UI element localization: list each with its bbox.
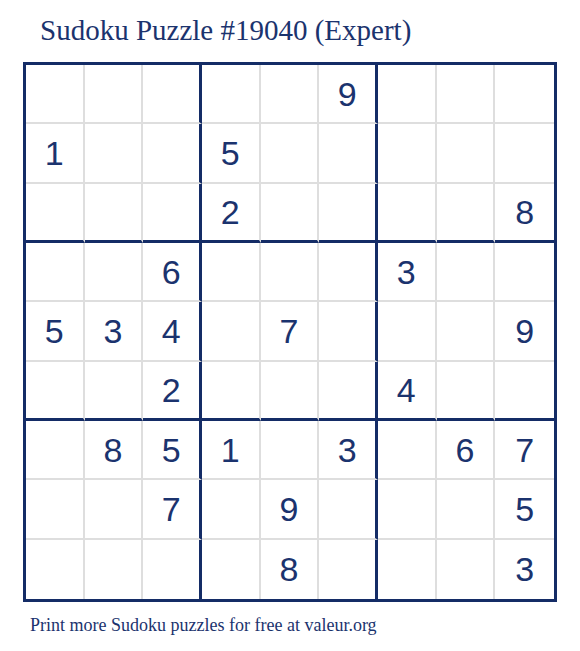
sudoku-cell[interactable] — [85, 540, 144, 599]
sudoku-cell[interactable] — [378, 421, 437, 480]
sudoku-cell: 2 — [143, 362, 202, 421]
sudoku-cell[interactable] — [495, 124, 554, 183]
sudoku-cell: 9 — [495, 302, 554, 361]
sudoku-cell[interactable] — [495, 65, 554, 124]
sudoku-cell[interactable] — [437, 540, 496, 599]
sudoku-cell: 8 — [261, 540, 320, 599]
sudoku-cell[interactable] — [495, 243, 554, 302]
sudoku-cell[interactable] — [202, 65, 261, 124]
sudoku-cell[interactable] — [437, 124, 496, 183]
sudoku-cell: 6 — [437, 421, 496, 480]
sudoku-cell[interactable] — [437, 480, 496, 539]
sudoku-cell[interactable] — [143, 65, 202, 124]
sudoku-cell: 2 — [202, 184, 261, 243]
sudoku-cell[interactable] — [26, 421, 85, 480]
sudoku-cell: 6 — [143, 243, 202, 302]
sudoku-cell[interactable] — [26, 540, 85, 599]
sudoku-grid: 9152863534792485136779583 — [23, 62, 557, 602]
sudoku-cell[interactable] — [202, 243, 261, 302]
sudoku-cell[interactable] — [26, 65, 85, 124]
sudoku-cell[interactable] — [85, 362, 144, 421]
sudoku-cell[interactable] — [261, 184, 320, 243]
sudoku-cell[interactable] — [143, 124, 202, 183]
sudoku-cell[interactable] — [378, 540, 437, 599]
sudoku-cell: 5 — [202, 124, 261, 183]
footer-text: Print more Sudoku puzzles for free at va… — [30, 615, 377, 636]
sudoku-cell: 4 — [143, 302, 202, 361]
sudoku-cell[interactable] — [378, 302, 437, 361]
sudoku-cell: 4 — [378, 362, 437, 421]
sudoku-cell[interactable] — [261, 362, 320, 421]
sudoku-cell: 1 — [202, 421, 261, 480]
sudoku-cell: 7 — [143, 480, 202, 539]
sudoku-cell[interactable] — [85, 184, 144, 243]
sudoku-cell[interactable] — [437, 362, 496, 421]
sudoku-cell: 7 — [261, 302, 320, 361]
sudoku-cell[interactable] — [319, 243, 378, 302]
sudoku-cell[interactable] — [261, 421, 320, 480]
sudoku-cell[interactable] — [202, 480, 261, 539]
sudoku-cell: 1 — [26, 124, 85, 183]
sudoku-cell: 3 — [85, 302, 144, 361]
page-title: Sudoku Puzzle #19040 (Expert) — [40, 14, 411, 47]
sudoku-cell[interactable] — [319, 540, 378, 599]
sudoku-cell[interactable] — [437, 65, 496, 124]
sudoku-cell: 8 — [85, 421, 144, 480]
sudoku-cell[interactable] — [319, 362, 378, 421]
sudoku-cell[interactable] — [85, 243, 144, 302]
sudoku-cell[interactable] — [378, 65, 437, 124]
sudoku-cell: 9 — [261, 480, 320, 539]
sudoku-cell: 5 — [26, 302, 85, 361]
sudoku-cell[interactable] — [26, 480, 85, 539]
sudoku-cell[interactable] — [495, 362, 554, 421]
sudoku-cell[interactable] — [85, 480, 144, 539]
sudoku-cell[interactable] — [261, 124, 320, 183]
sudoku-cell[interactable] — [202, 362, 261, 421]
sudoku-cell[interactable] — [378, 184, 437, 243]
sudoku-cell[interactable] — [319, 184, 378, 243]
sudoku-cell[interactable] — [261, 65, 320, 124]
sudoku-cell[interactable] — [437, 184, 496, 243]
sudoku-cell[interactable] — [26, 243, 85, 302]
sudoku-cell[interactable] — [143, 540, 202, 599]
sudoku-cell[interactable] — [143, 184, 202, 243]
sudoku-cell: 5 — [495, 480, 554, 539]
sudoku-cell[interactable] — [26, 184, 85, 243]
sudoku-cell[interactable] — [85, 65, 144, 124]
sudoku-cell[interactable] — [261, 243, 320, 302]
sudoku-cell: 8 — [495, 184, 554, 243]
sudoku-cell: 3 — [319, 421, 378, 480]
sudoku-cell[interactable] — [319, 480, 378, 539]
sudoku-cell[interactable] — [378, 124, 437, 183]
sudoku-cell: 5 — [143, 421, 202, 480]
sudoku-cell[interactable] — [319, 302, 378, 361]
sudoku-cell[interactable] — [26, 362, 85, 421]
sudoku-cell[interactable] — [202, 302, 261, 361]
sudoku-cell[interactable] — [319, 124, 378, 183]
sudoku-cell[interactable] — [202, 540, 261, 599]
sudoku-cell[interactable] — [437, 302, 496, 361]
sudoku-cell: 3 — [378, 243, 437, 302]
sudoku-cell: 3 — [495, 540, 554, 599]
sudoku-cell: 9 — [319, 65, 378, 124]
sudoku-cell[interactable] — [378, 480, 437, 539]
sudoku-cell: 7 — [495, 421, 554, 480]
sudoku-cell[interactable] — [437, 243, 496, 302]
sudoku-cell[interactable] — [85, 124, 144, 183]
